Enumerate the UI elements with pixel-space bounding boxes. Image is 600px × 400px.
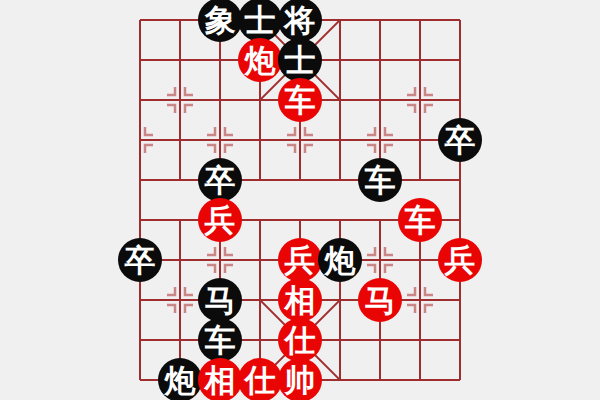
black-elephant[interactable]: 象 — [198, 0, 242, 42]
black-advisor[interactable]: 士 — [238, 0, 282, 42]
pieces-layer: 象士将炮士车卒卒车兵车卒兵炮兵马相马车仕炮相仕帅 — [0, 0, 600, 400]
red-advisor[interactable]: 仕 — [278, 318, 322, 362]
black-advisor[interactable]: 士 — [278, 38, 322, 82]
xiangqi-board[interactable]: 象士将炮士车卒卒车兵车卒兵炮兵马相马车仕炮相仕帅 — [0, 0, 600, 400]
black-soldier[interactable]: 卒 — [118, 238, 162, 282]
black-cannon[interactable]: 炮 — [158, 358, 202, 400]
red-elephant[interactable]: 相 — [278, 278, 322, 322]
red-soldier[interactable]: 兵 — [198, 198, 242, 242]
black-cannon[interactable]: 炮 — [318, 238, 362, 282]
black-chariot[interactable]: 车 — [198, 318, 242, 362]
black-horse[interactable]: 马 — [198, 278, 242, 322]
black-chariot[interactable]: 车 — [358, 158, 402, 202]
red-horse[interactable]: 马 — [358, 278, 402, 322]
red-chariot[interactable]: 车 — [398, 198, 442, 242]
black-soldier[interactable]: 卒 — [198, 158, 242, 202]
red-chariot[interactable]: 车 — [278, 78, 322, 122]
black-soldier[interactable]: 卒 — [438, 118, 482, 162]
red-cannon[interactable]: 炮 — [238, 38, 282, 82]
red-general[interactable]: 帅 — [278, 358, 322, 400]
red-advisor[interactable]: 仕 — [238, 358, 282, 400]
red-soldier[interactable]: 兵 — [278, 238, 322, 282]
red-elephant[interactable]: 相 — [198, 358, 242, 400]
red-soldier[interactable]: 兵 — [438, 238, 482, 282]
black-general[interactable]: 将 — [278, 0, 322, 42]
